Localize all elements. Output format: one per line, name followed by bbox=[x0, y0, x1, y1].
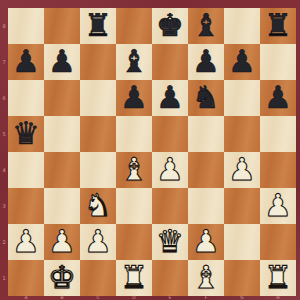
square-h8[interactable]: ♜ bbox=[260, 8, 296, 44]
square-h1[interactable]: ♜ bbox=[260, 260, 296, 296]
square-e2[interactable]: ♛ bbox=[152, 224, 188, 260]
square-f2[interactable]: ♟ bbox=[188, 224, 224, 260]
black-queen-a5: ♛ bbox=[8, 116, 44, 152]
square-c4[interactable] bbox=[80, 152, 116, 188]
square-h4[interactable] bbox=[260, 152, 296, 188]
black-pawn-d6: ♟ bbox=[116, 80, 152, 116]
square-h7[interactable] bbox=[260, 44, 296, 80]
square-d5[interactable] bbox=[116, 116, 152, 152]
square-e1[interactable] bbox=[152, 260, 188, 296]
rank-label-1: 1 bbox=[0, 260, 8, 296]
black-knight-f6: ♞ bbox=[188, 80, 224, 116]
black-bishop-f8: ♝ bbox=[188, 8, 224, 44]
square-f8[interactable]: ♝ bbox=[188, 8, 224, 44]
white-pawn-g4: ♟ bbox=[224, 152, 260, 188]
square-e8[interactable]: ♚ bbox=[152, 8, 188, 44]
square-c5[interactable] bbox=[80, 116, 116, 152]
square-c7[interactable] bbox=[80, 44, 116, 80]
black-pawn-e6: ♟ bbox=[152, 80, 188, 116]
square-g4[interactable]: ♟ bbox=[224, 152, 260, 188]
white-pawn-f2: ♟ bbox=[188, 224, 224, 260]
square-d4[interactable]: ♝ bbox=[116, 152, 152, 188]
square-g3[interactable] bbox=[224, 188, 260, 224]
square-h6[interactable]: ♟ bbox=[260, 80, 296, 116]
square-g2[interactable] bbox=[224, 224, 260, 260]
rank-label-3: 3 bbox=[0, 188, 8, 224]
white-king-b1: ♚ bbox=[44, 260, 80, 296]
black-king-e8: ♚ bbox=[152, 8, 188, 44]
square-d6[interactable]: ♟ bbox=[116, 80, 152, 116]
chess-board-frame: ♜♚♝♜♟♟♝♟♟♟♟♞♟♛♝♟♟♞♟♟♟♟♛♟♚♜♝♜ 87654321 AB… bbox=[0, 0, 300, 300]
rank-label-4: 4 bbox=[0, 152, 8, 188]
black-pawn-f7: ♟ bbox=[188, 44, 224, 80]
square-b7[interactable]: ♟ bbox=[44, 44, 80, 80]
square-d7[interactable]: ♝ bbox=[116, 44, 152, 80]
file-label-d: D bbox=[116, 295, 152, 300]
file-label-e: E bbox=[152, 295, 188, 300]
square-b6[interactable] bbox=[44, 80, 80, 116]
square-b5[interactable] bbox=[44, 116, 80, 152]
square-f5[interactable] bbox=[188, 116, 224, 152]
square-b4[interactable] bbox=[44, 152, 80, 188]
square-e6[interactable]: ♟ bbox=[152, 80, 188, 116]
rank-label-5: 5 bbox=[0, 116, 8, 152]
file-label-c: C bbox=[80, 295, 116, 300]
file-label-b: B bbox=[44, 295, 80, 300]
square-d2[interactable] bbox=[116, 224, 152, 260]
square-a2[interactable]: ♟ bbox=[8, 224, 44, 260]
file-label-h: H bbox=[260, 295, 296, 300]
square-b8[interactable] bbox=[44, 8, 80, 44]
chess-board: ♜♚♝♜♟♟♝♟♟♟♟♞♟♛♝♟♟♞♟♟♟♟♛♟♚♜♝♜ bbox=[8, 8, 296, 296]
square-a3[interactable] bbox=[8, 188, 44, 224]
square-g5[interactable] bbox=[224, 116, 260, 152]
square-f1[interactable]: ♝ bbox=[188, 260, 224, 296]
square-e3[interactable] bbox=[152, 188, 188, 224]
black-pawn-a7: ♟ bbox=[8, 44, 44, 80]
rank-label-7: 7 bbox=[0, 44, 8, 80]
white-bishop-d4: ♝ bbox=[116, 152, 152, 188]
square-g6[interactable] bbox=[224, 80, 260, 116]
square-b1[interactable]: ♚ bbox=[44, 260, 80, 296]
square-f6[interactable]: ♞ bbox=[188, 80, 224, 116]
square-g7[interactable]: ♟ bbox=[224, 44, 260, 80]
square-c6[interactable] bbox=[80, 80, 116, 116]
square-a1[interactable] bbox=[8, 260, 44, 296]
square-e4[interactable]: ♟ bbox=[152, 152, 188, 188]
square-g1[interactable] bbox=[224, 260, 260, 296]
white-pawn-b2: ♟ bbox=[44, 224, 80, 260]
file-label-a: A bbox=[8, 295, 44, 300]
black-pawn-h6: ♟ bbox=[260, 80, 296, 116]
file-label-f: F bbox=[188, 295, 224, 300]
square-f4[interactable] bbox=[188, 152, 224, 188]
square-c1[interactable] bbox=[80, 260, 116, 296]
square-a8[interactable] bbox=[8, 8, 44, 44]
square-a6[interactable] bbox=[8, 80, 44, 116]
square-d3[interactable] bbox=[116, 188, 152, 224]
square-d8[interactable] bbox=[116, 8, 152, 44]
white-rook-h1: ♜ bbox=[260, 260, 296, 296]
white-pawn-a2: ♟ bbox=[8, 224, 44, 260]
square-b3[interactable] bbox=[44, 188, 80, 224]
square-e7[interactable] bbox=[152, 44, 188, 80]
black-rook-c8: ♜ bbox=[80, 8, 116, 44]
square-h5[interactable] bbox=[260, 116, 296, 152]
file-label-g: G bbox=[224, 295, 260, 300]
black-pawn-b7: ♟ bbox=[44, 44, 80, 80]
square-e5[interactable] bbox=[152, 116, 188, 152]
square-c8[interactable]: ♜ bbox=[80, 8, 116, 44]
white-pawn-e4: ♟ bbox=[152, 152, 188, 188]
white-pawn-h3: ♟ bbox=[260, 188, 296, 224]
rank-label-2: 2 bbox=[0, 224, 8, 260]
square-c3[interactable]: ♞ bbox=[80, 188, 116, 224]
square-a4[interactable] bbox=[8, 152, 44, 188]
square-f7[interactable]: ♟ bbox=[188, 44, 224, 80]
white-bishop-f1: ♝ bbox=[188, 260, 224, 296]
square-d1[interactable]: ♜ bbox=[116, 260, 152, 296]
black-bishop-d7: ♝ bbox=[116, 44, 152, 80]
white-queen-e2: ♛ bbox=[152, 224, 188, 260]
white-pawn-c2: ♟ bbox=[80, 224, 116, 260]
square-c2[interactable]: ♟ bbox=[80, 224, 116, 260]
rank-label-8: 8 bbox=[0, 8, 8, 44]
square-b2[interactable]: ♟ bbox=[44, 224, 80, 260]
square-a7[interactable]: ♟ bbox=[8, 44, 44, 80]
square-a5[interactable]: ♛ bbox=[8, 116, 44, 152]
square-h2[interactable] bbox=[260, 224, 296, 260]
square-g8[interactable] bbox=[224, 8, 260, 44]
black-rook-h8: ♜ bbox=[260, 8, 296, 44]
white-rook-d1: ♜ bbox=[116, 260, 152, 296]
white-knight-c3: ♞ bbox=[80, 188, 116, 224]
square-f3[interactable] bbox=[188, 188, 224, 224]
rank-label-6: 6 bbox=[0, 80, 8, 116]
square-h3[interactable]: ♟ bbox=[260, 188, 296, 224]
black-pawn-g7: ♟ bbox=[224, 44, 260, 80]
